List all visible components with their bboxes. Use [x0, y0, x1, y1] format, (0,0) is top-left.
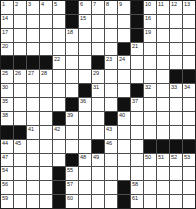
- clue-number-59: 59: [2, 195, 8, 202]
- black-cell-r9c9: [105, 112, 117, 125]
- cell-r5c11[interactable]: [131, 56, 143, 69]
- black-cell-r6c14: [170, 70, 182, 83]
- clue-number-15: 15: [80, 15, 86, 22]
- cell-r14c15[interactable]: [183, 181, 195, 194]
- clue-number-33: 33: [171, 84, 177, 91]
- cell-r12c14[interactable]: 52: [170, 154, 182, 167]
- cell-r8c3[interactable]: [27, 98, 39, 111]
- black-cell-r12c6: [66, 154, 78, 167]
- cell-r6c2[interactable]: 26: [14, 70, 26, 83]
- black-cell-r5c4: [40, 56, 52, 69]
- black-cell-r1c6: [66, 1, 78, 14]
- cell-r14c9[interactable]: [105, 181, 117, 194]
- cell-r14c13[interactable]: [157, 181, 169, 194]
- cell-r13c13[interactable]: [157, 167, 169, 180]
- black-cell-r5c3: [27, 56, 39, 69]
- cell-r2c10[interactable]: [118, 15, 130, 28]
- cell-r3c15[interactable]: [183, 29, 195, 42]
- cell-r6c6[interactable]: [66, 70, 78, 83]
- cell-r9c10[interactable]: 40: [118, 112, 130, 125]
- cell-r2c12[interactable]: 16: [144, 15, 156, 28]
- cell-r14c3[interactable]: [27, 181, 39, 194]
- cell-r13c9[interactable]: [105, 167, 117, 180]
- black-cell-r9c5: [53, 112, 65, 125]
- cell-r1c4[interactable]: 4: [40, 1, 52, 14]
- cell-r10c5[interactable]: 42: [53, 126, 65, 139]
- clue-number-29: 29: [93, 70, 99, 77]
- cell-r15c6[interactable]: 60: [66, 195, 78, 208]
- cell-r6c8[interactable]: 29: [92, 70, 104, 83]
- clue-number-57: 57: [67, 181, 73, 188]
- cell-r7c2[interactable]: [14, 84, 26, 97]
- clue-number-20: 20: [2, 43, 8, 50]
- cell-r2c13[interactable]: [157, 15, 169, 28]
- cell-r1c1[interactable]: 1: [1, 1, 13, 14]
- cell-r4c12[interactable]: [144, 43, 156, 56]
- cell-r1c5[interactable]: 5: [53, 1, 65, 14]
- clue-number-4: 4: [41, 1, 44, 8]
- cell-r15c14[interactable]: [170, 195, 182, 208]
- cell-r8c11[interactable]: 37: [131, 98, 143, 111]
- cell-r6c5[interactable]: [53, 70, 65, 83]
- cell-r2c14[interactable]: [170, 15, 182, 28]
- cell-r6c10[interactable]: [118, 70, 130, 83]
- cell-r10c10[interactable]: [118, 126, 130, 139]
- cell-r9c13[interactable]: [157, 112, 169, 125]
- cell-r3c4[interactable]: [40, 29, 52, 42]
- cell-r1c7[interactable]: 6: [79, 1, 91, 14]
- cell-r7c3[interactable]: [27, 84, 39, 97]
- cell-r13c2[interactable]: [14, 167, 26, 180]
- cell-r14c4[interactable]: [40, 181, 52, 194]
- black-cell-r5c8: [92, 56, 104, 69]
- cell-r2c1[interactable]: 14: [1, 15, 13, 28]
- clue-number-27: 27: [28, 70, 34, 77]
- clue-number-43: 43: [106, 126, 112, 133]
- black-cell-r6c15: [183, 70, 195, 83]
- cell-r7c10[interactable]: [118, 84, 130, 97]
- clue-number-54: 54: [2, 167, 8, 174]
- cell-r9c14[interactable]: [170, 112, 182, 125]
- cell-r9c4[interactable]: [40, 112, 52, 125]
- cell-r4c13[interactable]: [157, 43, 169, 56]
- clue-number-5: 5: [54, 1, 57, 8]
- cell-r1c8[interactable]: 7: [92, 1, 104, 14]
- cell-r2c3[interactable]: [27, 15, 39, 28]
- cell-r14c1[interactable]: 56: [1, 181, 13, 194]
- cell-r1c9[interactable]: 8: [105, 1, 117, 14]
- cell-r13c15[interactable]: [183, 167, 195, 180]
- clue-number-28: 28: [41, 70, 47, 77]
- cell-r1c14[interactable]: 12: [170, 1, 182, 14]
- cell-r3c5[interactable]: [53, 29, 65, 42]
- cell-r10c12[interactable]: [144, 126, 156, 139]
- black-cell-r11c14: [170, 140, 182, 153]
- cell-r7c13[interactable]: [157, 84, 169, 97]
- cell-r15c9[interactable]: [105, 195, 117, 208]
- cell-r10c6[interactable]: [66, 126, 78, 139]
- cell-r12c12[interactable]: 50: [144, 154, 156, 167]
- clue-number-2: 2: [15, 1, 18, 8]
- clue-number-45: 45: [15, 140, 21, 147]
- clue-number-30: 30: [2, 84, 8, 91]
- clue-number-24: 24: [119, 56, 125, 63]
- cell-r10c7[interactable]: [79, 126, 91, 139]
- cell-r11c5[interactable]: [53, 140, 65, 153]
- cell-r7c12[interactable]: 32: [144, 84, 156, 97]
- cell-r13c3[interactable]: [27, 167, 39, 180]
- clue-number-41: 41: [28, 126, 34, 133]
- cell-r1c2[interactable]: 2: [14, 1, 26, 14]
- cell-r1c13[interactable]: 11: [157, 1, 169, 14]
- cell-r2c15[interactable]: [183, 15, 195, 28]
- clue-number-3: 3: [28, 1, 31, 8]
- cell-r4c1[interactable]: 20: [1, 43, 13, 56]
- clue-number-38: 38: [2, 112, 8, 119]
- clue-number-44: 44: [2, 140, 8, 147]
- cell-r10c13[interactable]: [157, 126, 169, 139]
- cell-r15c12[interactable]: [144, 195, 156, 208]
- cell-r15c4[interactable]: [40, 195, 52, 208]
- clue-number-31: 31: [93, 84, 99, 91]
- cell-r4c5[interactable]: [53, 43, 65, 56]
- cell-r4c15[interactable]: [183, 43, 195, 56]
- cell-r4c7[interactable]: [79, 43, 91, 56]
- black-cell-r1c11: [131, 1, 143, 14]
- cell-r1c3[interactable]: 3: [27, 1, 39, 14]
- cell-r6c11[interactable]: [131, 70, 143, 83]
- cell-r9c6[interactable]: 39: [66, 112, 78, 125]
- clue-number-22: 22: [54, 56, 60, 63]
- cell-r8c14[interactable]: [170, 98, 182, 111]
- cell-r15c11[interactable]: 61: [131, 195, 143, 208]
- cell-r15c13[interactable]: [157, 195, 169, 208]
- cell-r9c8[interactable]: [92, 112, 104, 125]
- cell-r4c8[interactable]: [92, 43, 104, 56]
- clue-number-50: 50: [145, 154, 151, 161]
- clue-number-61: 61: [132, 195, 138, 202]
- cell-r13c4[interactable]: [40, 167, 52, 180]
- cell-r8c7[interactable]: 36: [79, 98, 91, 111]
- cell-r5c13[interactable]: [157, 56, 169, 69]
- clue-number-58: 58: [132, 181, 138, 188]
- clue-number-25: 25: [2, 70, 8, 77]
- black-cell-r11c13: [157, 140, 169, 153]
- cell-r9c12[interactable]: [144, 112, 156, 125]
- cell-r12c10[interactable]: [118, 154, 130, 167]
- cell-r12c4[interactable]: [40, 154, 52, 167]
- cell-r10c15[interactable]: [183, 126, 195, 139]
- black-cell-r7c7: [79, 84, 91, 97]
- cell-r13c1[interactable]: 54: [1, 167, 13, 180]
- cell-r14c14[interactable]: [170, 181, 182, 194]
- clue-number-52: 52: [171, 154, 177, 161]
- clue-number-12: 12: [171, 1, 177, 8]
- cell-r12c5[interactable]: [53, 154, 65, 167]
- cell-r10c8[interactable]: [92, 126, 104, 139]
- cell-r6c1[interactable]: 25: [1, 70, 13, 83]
- cell-r7c4[interactable]: [40, 84, 52, 97]
- cell-r11c3[interactable]: [27, 140, 39, 153]
- cell-r6c3[interactable]: 27: [27, 70, 39, 83]
- cell-r12c3[interactable]: [27, 154, 39, 167]
- cell-r9c2[interactable]: [14, 112, 26, 125]
- cell-r11c4[interactable]: [40, 140, 52, 153]
- cell-r7c8[interactable]: 31: [92, 84, 104, 97]
- cell-r8c13[interactable]: [157, 98, 169, 111]
- cell-r2c5[interactable]: [53, 15, 65, 28]
- cell-r4c2[interactable]: [14, 43, 26, 56]
- cell-r10c4[interactable]: [40, 126, 52, 139]
- black-cell-r14c10: [118, 181, 130, 194]
- cell-r7c1[interactable]: 30: [1, 84, 13, 97]
- cell-r11c10[interactable]: [118, 140, 130, 153]
- cell-r5c5[interactable]: 22: [53, 56, 65, 69]
- cell-r8c5[interactable]: [53, 98, 65, 111]
- cell-r8c15[interactable]: [183, 98, 195, 111]
- cell-r3c2[interactable]: [14, 29, 26, 42]
- cell-r11c6[interactable]: [66, 140, 78, 153]
- cell-r13c11[interactable]: [131, 167, 143, 180]
- cell-r3c12[interactable]: 19: [144, 29, 156, 42]
- cell-r4c9[interactable]: [105, 43, 117, 56]
- cell-r5c6[interactable]: [66, 56, 78, 69]
- cell-r11c7[interactable]: [79, 140, 91, 153]
- cell-r12c9[interactable]: [105, 154, 117, 167]
- clue-number-18: 18: [67, 29, 73, 36]
- cell-r5c7[interactable]: [79, 56, 91, 69]
- cell-r8c8[interactable]: [92, 98, 104, 111]
- cell-r3c7[interactable]: [79, 29, 91, 42]
- cell-r12c15[interactable]: 53: [183, 154, 195, 167]
- cell-r5c14[interactable]: [170, 56, 182, 69]
- cell-r11c11[interactable]: [131, 140, 143, 153]
- cell-r15c8[interactable]: [92, 195, 104, 208]
- cell-r12c2[interactable]: [14, 154, 26, 167]
- black-cell-r14c5: [53, 181, 65, 194]
- clue-number-21: 21: [132, 43, 138, 50]
- cell-r6c9[interactable]: [105, 70, 117, 83]
- black-cell-r8c6: [66, 98, 78, 111]
- cell-r2c2[interactable]: [14, 15, 26, 28]
- cell-r2c8[interactable]: [92, 15, 104, 28]
- cell-r7c15[interactable]: 34: [183, 84, 195, 97]
- cell-r15c15[interactable]: [183, 195, 195, 208]
- cell-r13c7[interactable]: [79, 167, 91, 180]
- cell-r11c1[interactable]: 44: [1, 140, 13, 153]
- clue-number-13: 13: [184, 1, 190, 8]
- clue-number-51: 51: [158, 154, 164, 161]
- cell-r3c1[interactable]: 17: [1, 29, 13, 42]
- black-cell-r7c11: [131, 84, 143, 97]
- clue-number-23: 23: [106, 56, 112, 63]
- clue-number-7: 7: [93, 1, 96, 8]
- black-cell-r5c2: [14, 56, 26, 69]
- cell-r4c4[interactable]: [40, 43, 52, 56]
- clue-number-60: 60: [67, 195, 73, 202]
- cell-r14c11[interactable]: 58: [131, 181, 143, 194]
- black-cell-r10c2: [14, 126, 26, 139]
- cell-r10c11[interactable]: [131, 126, 143, 139]
- cell-r14c2[interactable]: [14, 181, 26, 194]
- cell-r2c4[interactable]: [40, 15, 52, 28]
- clue-number-1: 1: [2, 1, 5, 8]
- black-cell-r15c10: [118, 195, 130, 208]
- clue-number-10: 10: [145, 1, 151, 8]
- cell-r3c13[interactable]: [157, 29, 169, 42]
- cell-r12c7[interactable]: 48: [79, 154, 91, 167]
- black-cell-r5c1: [1, 56, 13, 69]
- cell-r1c12[interactable]: 10: [144, 1, 156, 14]
- crossword-grid: 1234567891011121314151617181920212223242…: [0, 0, 196, 209]
- cell-r12c8[interactable]: 49: [92, 154, 104, 167]
- clue-number-35: 35: [2, 98, 8, 105]
- cell-r15c7[interactable]: [79, 195, 91, 208]
- cell-r13c8[interactable]: [92, 167, 104, 180]
- cell-r9c3[interactable]: [27, 112, 39, 125]
- clue-number-17: 17: [2, 29, 8, 36]
- cell-r4c11[interactable]: 21: [131, 43, 143, 56]
- clue-number-11: 11: [158, 1, 164, 8]
- cell-r9c7[interactable]: [79, 112, 91, 125]
- cell-r12c1[interactable]: 47: [1, 154, 13, 167]
- cell-r12c13[interactable]: 51: [157, 154, 169, 167]
- cell-r15c3[interactable]: [27, 195, 39, 208]
- black-cell-r4c10: [118, 43, 130, 56]
- cell-r15c1[interactable]: 59: [1, 195, 13, 208]
- cell-r12c11[interactable]: [131, 154, 143, 167]
- black-cell-r15c5: [53, 195, 65, 208]
- clue-number-34: 34: [184, 84, 190, 91]
- cell-r10c9[interactable]: 43: [105, 126, 117, 139]
- cell-r2c7[interactable]: 15: [79, 15, 91, 28]
- clue-number-36: 36: [80, 98, 86, 105]
- clue-number-42: 42: [54, 126, 60, 133]
- cell-r4c3[interactable]: [27, 43, 39, 56]
- cell-r7c14[interactable]: 33: [170, 84, 182, 97]
- cell-r10c14[interactable]: [170, 126, 182, 139]
- cell-r13c6[interactable]: 55: [66, 167, 78, 180]
- clue-number-6: 6: [80, 1, 83, 8]
- cell-r13c14[interactable]: [170, 167, 182, 180]
- cell-r6c12[interactable]: [144, 70, 156, 83]
- clue-number-56: 56: [2, 181, 8, 188]
- clue-number-14: 14: [2, 15, 8, 22]
- clue-number-53: 53: [184, 154, 190, 161]
- cell-r5c10[interactable]: 24: [118, 56, 130, 69]
- cell-r1c10[interactable]: 9: [118, 1, 130, 14]
- cell-r3c10[interactable]: [118, 29, 130, 42]
- cell-r5c15[interactable]: [183, 56, 195, 69]
- cell-r14c7[interactable]: [79, 181, 91, 194]
- cell-r8c2[interactable]: [14, 98, 26, 111]
- cell-r6c4[interactable]: 28: [40, 70, 52, 83]
- clue-number-9: 9: [119, 1, 122, 8]
- clue-number-16: 16: [145, 15, 151, 22]
- clue-number-47: 47: [2, 154, 8, 161]
- clue-number-39: 39: [67, 112, 73, 119]
- cell-r6c7[interactable]: [79, 70, 91, 83]
- cell-r4c6[interactable]: [66, 43, 78, 56]
- cell-r8c4[interactable]: [40, 98, 52, 111]
- cell-r14c8[interactable]: [92, 181, 104, 194]
- cell-r9c11[interactable]: [131, 112, 143, 125]
- black-cell-r11c12: [144, 140, 156, 153]
- cell-r15c2[interactable]: [14, 195, 26, 208]
- cell-r3c14[interactable]: [170, 29, 182, 42]
- cell-r7c6[interactable]: [66, 84, 78, 97]
- cell-r10c3[interactable]: 41: [27, 126, 39, 139]
- clue-number-46: 46: [106, 140, 112, 147]
- clue-number-26: 26: [15, 70, 21, 77]
- cell-r11c2[interactable]: 45: [14, 140, 26, 153]
- black-cell-r3c11: [131, 29, 143, 42]
- clue-number-55: 55: [67, 167, 73, 174]
- cell-r1c15[interactable]: 13: [183, 1, 195, 14]
- cell-r2c9[interactable]: [105, 15, 117, 28]
- cell-r3c9[interactable]: [105, 29, 117, 42]
- cell-r11c9[interactable]: 46: [105, 140, 117, 153]
- cell-r7c5[interactable]: [53, 84, 65, 97]
- black-cell-r10c1: [1, 126, 13, 139]
- cell-r9c15[interactable]: [183, 112, 195, 125]
- black-cell-r2c6: [66, 15, 78, 28]
- cell-r8c1[interactable]: 35: [1, 98, 13, 111]
- cell-r7c9[interactable]: [105, 84, 117, 97]
- cell-r9c1[interactable]: 38: [1, 112, 13, 125]
- cell-r5c9[interactable]: 23: [105, 56, 117, 69]
- cell-r13c12[interactable]: [144, 167, 156, 180]
- clue-number-48: 48: [80, 154, 86, 161]
- black-cell-r13c5: [53, 167, 65, 180]
- cell-r3c6[interactable]: 18: [66, 29, 78, 42]
- cell-r8c12[interactable]: [144, 98, 156, 111]
- cell-r3c3[interactable]: [27, 29, 39, 42]
- cell-r14c6[interactable]: 57: [66, 181, 78, 194]
- clue-number-37: 37: [132, 98, 138, 105]
- clue-number-8: 8: [106, 1, 109, 8]
- clue-number-49: 49: [93, 154, 99, 161]
- black-cell-r11c15: [183, 140, 195, 153]
- clue-number-19: 19: [145, 29, 151, 36]
- black-cell-r11c8: [92, 140, 104, 153]
- cell-r6c13[interactable]: [157, 70, 169, 83]
- cell-r14c12[interactable]: [144, 181, 156, 194]
- cell-r13c10[interactable]: [118, 167, 130, 180]
- black-cell-r2c11: [131, 15, 143, 28]
- cell-r8c9[interactable]: [105, 98, 117, 111]
- clue-number-40: 40: [119, 112, 125, 119]
- black-cell-r8c10: [118, 98, 130, 111]
- cell-r3c8[interactable]: [92, 29, 104, 42]
- cell-r5c12[interactable]: [144, 56, 156, 69]
- cell-r4c14[interactable]: [170, 43, 182, 56]
- clue-number-32: 32: [145, 84, 151, 91]
